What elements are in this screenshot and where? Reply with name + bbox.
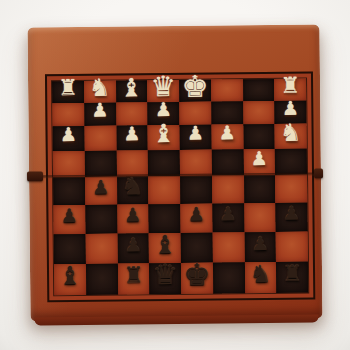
square-g3[interactable]: [244, 203, 276, 232]
square-g5[interactable]: ♟: [243, 149, 275, 175]
square-c4[interactable]: ♞: [117, 176, 149, 204]
piece-white-king-e8[interactable]: ♚: [181, 72, 208, 102]
square-b7[interactable]: ♟: [84, 103, 116, 126]
piece-black-pawn-g2[interactable]: ♟: [251, 234, 268, 253]
square-c3[interactable]: ♟: [117, 204, 149, 233]
square-c8[interactable]: ♝: [116, 80, 148, 102]
piece-white-pawn-b7[interactable]: ♟: [91, 101, 108, 120]
square-e6[interactable]: ♟: [179, 125, 211, 150]
square-b2[interactable]: [85, 234, 117, 264]
piece-white-pawn-a6[interactable]: ♟: [60, 125, 77, 144]
chess-board-frame: ♜♞♝♛♚♜♟♟♟♟♟♝♟♟♞♟♟♞♟♟♟♟♟♟♝♟♝♜♛♚♞♜: [27, 24, 322, 321]
square-g1[interactable]: ♞: [244, 262, 276, 293]
square-f8[interactable]: [211, 79, 243, 101]
piece-white-rook-a8[interactable]: ♜: [58, 77, 78, 99]
piece-black-pawn-b4[interactable]: ♟: [92, 177, 109, 196]
square-a8[interactable]: ♜: [52, 81, 84, 103]
square-a3[interactable]: ♟: [53, 205, 85, 234]
square-c6[interactable]: ♟: [116, 125, 148, 150]
square-h3[interactable]: ♟: [276, 203, 308, 232]
piece-white-pawn-c6[interactable]: ♟: [123, 124, 140, 143]
square-g2[interactable]: ♟: [244, 232, 276, 262]
piece-white-pawn-h7[interactable]: ♟: [282, 99, 299, 118]
square-d5[interactable]: [148, 150, 180, 176]
piece-black-pawn-a3[interactable]: ♟: [61, 206, 78, 225]
square-c2[interactable]: ♟: [117, 233, 149, 263]
photo-backdrop: ♜♞♝♛♚♜♟♟♟♟♟♝♟♟♞♟♟♞♟♟♟♟♟♟♝♟♝♜♛♚♞♜: [0, 0, 350, 350]
square-f2[interactable]: [212, 232, 244, 262]
square-h2[interactable]: [276, 232, 308, 262]
piece-black-bishop-d2[interactable]: ♝: [154, 231, 177, 256]
square-b4[interactable]: ♟: [85, 177, 117, 205]
square-e4[interactable]: [180, 176, 212, 204]
board-side-edge: [35, 315, 319, 326]
square-f3[interactable]: ♟: [212, 203, 244, 232]
square-d6[interactable]: ♝: [148, 125, 180, 150]
piece-white-knight-b8[interactable]: ♞: [89, 76, 111, 100]
piece-black-queen-d1[interactable]: ♛: [152, 260, 177, 288]
square-a5[interactable]: [53, 151, 85, 177]
square-d1[interactable]: ♛: [149, 263, 181, 294]
hinge-right: [314, 168, 323, 178]
square-e8[interactable]: ♚: [179, 80, 211, 102]
square-h1[interactable]: ♜: [276, 262, 308, 293]
square-h4[interactable]: [275, 175, 307, 203]
square-f5[interactable]: [212, 149, 244, 175]
piece-white-rook-h8[interactable]: ♜: [280, 75, 300, 97]
square-g4[interactable]: [244, 175, 276, 203]
square-a1[interactable]: ♝: [54, 264, 86, 295]
square-h6[interactable]: ♞: [275, 124, 307, 149]
piece-white-knight-h6[interactable]: ♞: [280, 120, 302, 144]
piece-black-knight-c4[interactable]: ♞: [122, 174, 144, 198]
piece-white-pawn-f6[interactable]: ♟: [219, 123, 236, 142]
piece-black-pawn-h3[interactable]: ♟: [283, 204, 300, 223]
board-grid: ♜♞♝♛♚♜♟♟♟♟♟♝♟♟♞♟♟♞♟♟♟♟♟♟♝♟♝♜♛♚♞♜: [52, 79, 308, 296]
square-f1[interactable]: [213, 262, 245, 293]
square-a2[interactable]: [54, 234, 86, 264]
square-d4[interactable]: [148, 176, 180, 204]
square-b5[interactable]: [85, 151, 117, 177]
square-e3[interactable]: ♟: [180, 204, 212, 233]
square-g6[interactable]: [243, 124, 275, 149]
square-a6[interactable]: ♟: [53, 126, 85, 151]
piece-black-king-e1[interactable]: ♚: [183, 259, 210, 289]
piece-white-pawn-g5[interactable]: ♟: [251, 149, 268, 168]
piece-white-queen-d8[interactable]: ♛: [151, 73, 176, 101]
piece-white-pawn-e6[interactable]: ♟: [187, 124, 204, 143]
piece-black-pawn-c3[interactable]: ♟: [124, 205, 141, 224]
square-e1[interactable]: ♚: [181, 263, 213, 294]
hinge-left: [27, 171, 43, 181]
piece-black-rook-h1[interactable]: ♜: [282, 262, 302, 284]
square-b1[interactable]: [86, 264, 118, 295]
square-e5[interactable]: [180, 150, 212, 176]
square-f6[interactable]: ♟: [211, 124, 243, 149]
chess-board: ♜♞♝♛♚♜♟♟♟♟♟♝♟♟♞♟♟♞♟♟♟♟♟♟♝♟♝♜♛♚♞♜: [45, 72, 315, 303]
square-f4[interactable]: [212, 175, 244, 203]
piece-black-pawn-f3[interactable]: ♟: [219, 204, 236, 223]
square-g7[interactable]: [243, 101, 275, 124]
piece-white-bishop-c8[interactable]: ♝: [120, 75, 143, 100]
piece-black-knight-g1[interactable]: ♞: [250, 261, 272, 285]
piece-black-rook-c1[interactable]: ♜: [123, 264, 143, 286]
square-b6[interactable]: [84, 126, 116, 151]
piece-black-bishop-a1[interactable]: ♝: [59, 263, 82, 288]
square-h5[interactable]: [275, 149, 307, 175]
piece-black-pawn-c2[interactable]: ♟: [124, 235, 141, 254]
square-c1[interactable]: ♜: [117, 263, 149, 294]
square-b3[interactable]: [85, 205, 117, 234]
square-g8[interactable]: [243, 79, 275, 101]
piece-black-pawn-e3[interactable]: ♟: [188, 205, 205, 224]
square-a4[interactable]: [53, 177, 85, 205]
piece-white-pawn-d7[interactable]: ♟: [155, 100, 172, 119]
piece-white-bishop-d6[interactable]: ♝: [152, 121, 175, 146]
